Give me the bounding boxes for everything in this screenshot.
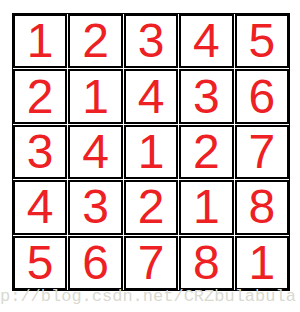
grid-cell-r4c1: 4 (13, 180, 67, 234)
grid-cell-r2c5: 6 (235, 69, 289, 123)
grid-cell-r3c2: 4 (68, 125, 122, 179)
grid-cell-r1c1: 1 (13, 14, 67, 68)
grid-cell-r1c2: 2 (68, 14, 122, 68)
grid-cell-r3c1: 3 (13, 125, 67, 179)
grid-cell-r2c3: 4 (124, 69, 178, 123)
grid-cell-r5c5: 1 (235, 236, 289, 290)
grid-cell-r3c3: 1 (124, 125, 178, 179)
grid-cell-r1c3: 3 (124, 14, 178, 68)
grid-cell-r5c2: 6 (68, 236, 122, 290)
grid-cell-r3c4: 2 (179, 125, 233, 179)
number-grid-board: 1234521436341274321856781 (12, 13, 290, 291)
grid-cell-r5c1: 5 (13, 236, 67, 290)
grid-cell-r1c4: 4 (179, 14, 233, 68)
grid-cell-r2c4: 3 (179, 69, 233, 123)
grid-cell-r4c5: 8 (235, 180, 289, 234)
grid-cell-r5c4: 8 (179, 236, 233, 290)
grid-cell-r4c4: 1 (179, 180, 233, 234)
grid-cell-r4c2: 3 (68, 180, 122, 234)
grid-cell-r3c5: 7 (235, 125, 289, 179)
grid-cell-r5c3: 7 (124, 236, 178, 290)
grid-cell-r1c5: 5 (235, 14, 289, 68)
grid-cell-r2c1: 2 (13, 69, 67, 123)
grid-cell-r4c3: 2 (124, 180, 178, 234)
grid-cell-r2c2: 1 (68, 69, 122, 123)
